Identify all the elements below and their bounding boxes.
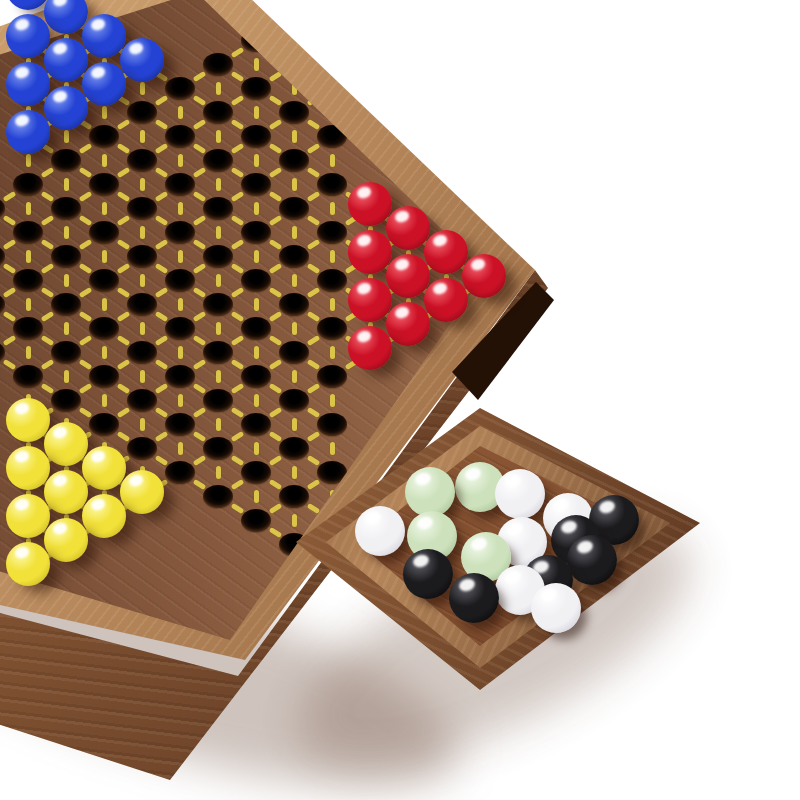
yellow-marble[interactable] [6,398,50,442]
blue-marble[interactable] [6,14,50,58]
blue-marble[interactable] [82,62,126,106]
yellow-marble[interactable] [82,494,126,538]
yellow-marble[interactable] [44,422,88,466]
blue-marble[interactable] [44,86,88,130]
red-marble[interactable] [386,206,430,250]
red-marble[interactable] [424,230,468,274]
yellow-marble[interactable] [6,542,50,586]
black-marble-in-drawer[interactable] [567,535,617,585]
red-marble[interactable] [424,278,468,322]
drawer-marbles-layer [0,0,800,800]
green-marble-in-drawer[interactable] [405,467,455,517]
product-photo-scene [0,0,800,800]
red-marble[interactable] [348,182,392,226]
red-marble[interactable] [386,302,430,346]
white-marble-in-drawer[interactable] [495,469,545,519]
blue-marble[interactable] [44,38,88,82]
red-marble[interactable] [462,254,506,298]
red-marble[interactable] [348,230,392,274]
red-marble[interactable] [386,254,430,298]
red-marble[interactable] [348,326,392,370]
yellow-marble[interactable] [44,518,88,562]
yellow-marble[interactable] [82,446,126,490]
blue-marble[interactable] [6,62,50,106]
black-marble-in-drawer[interactable] [449,573,499,623]
blue-marble[interactable] [82,14,126,58]
yellow-marble[interactable] [6,494,50,538]
blue-marble[interactable] [6,110,50,154]
yellow-marble[interactable] [44,470,88,514]
blue-marble[interactable] [120,38,164,82]
black-marble-in-drawer[interactable] [403,549,453,599]
red-marble[interactable] [348,278,392,322]
yellow-marble[interactable] [6,446,50,490]
white-marble-in-drawer[interactable] [531,583,581,633]
yellow-marble[interactable] [120,470,164,514]
white-marble-in-drawer[interactable] [355,506,405,556]
